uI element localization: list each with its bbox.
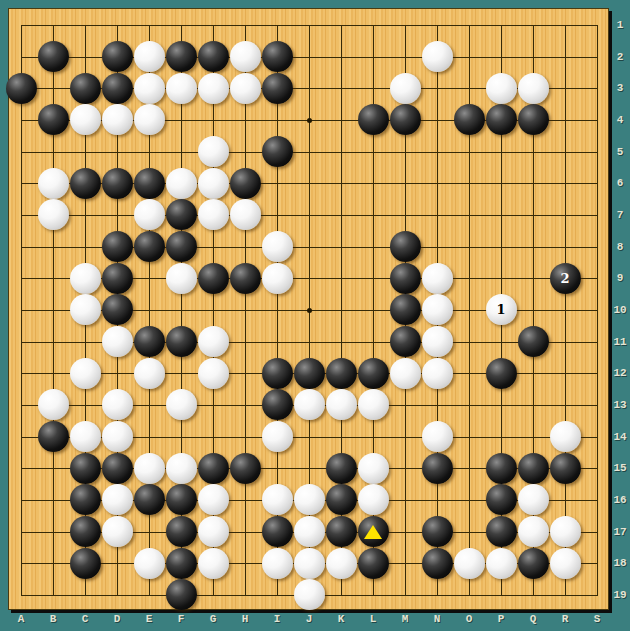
stone-M10-black[interactable] — [390, 294, 421, 325]
stone-E3-white[interactable] — [134, 73, 165, 104]
row-label-11: 11 — [610, 336, 630, 349]
row-label-16: 16 — [610, 494, 630, 507]
stone-G6-white[interactable] — [198, 168, 229, 199]
row-label-10: 10 — [610, 304, 630, 317]
stone-F16-black[interactable] — [166, 484, 197, 515]
row-label-8: 8 — [610, 241, 630, 254]
stone-F9-white[interactable] — [166, 263, 197, 294]
go-app-background: 21 ABCDEFGHIJKLMNOPQRS 12345678910111213… — [0, 0, 630, 631]
col-label-M: M — [395, 613, 415, 626]
stone-Q3-white[interactable] — [518, 73, 549, 104]
stone-C16-black[interactable] — [70, 484, 101, 515]
stone-C10-white[interactable] — [70, 294, 101, 325]
stone-P3-white[interactable] — [486, 73, 517, 104]
stone-E18-white[interactable] — [134, 548, 165, 579]
hoshi-point-J10 — [307, 308, 312, 313]
stone-M12-white[interactable] — [390, 358, 421, 389]
stone-F2-black[interactable] — [166, 41, 197, 72]
stone-H7-white[interactable] — [230, 199, 261, 230]
row-label-15: 15 — [610, 462, 630, 475]
stone-M4-black[interactable] — [390, 104, 421, 135]
row-label-14: 14 — [610, 431, 630, 444]
stone-P16-black[interactable] — [486, 484, 517, 515]
row-label-13: 13 — [610, 399, 630, 412]
stone-E7-white[interactable] — [134, 199, 165, 230]
stone-N18-black[interactable] — [422, 548, 453, 579]
stone-G9-black[interactable] — [198, 263, 229, 294]
stone-D17-white[interactable] — [102, 516, 133, 547]
stone-Q4-black[interactable] — [518, 104, 549, 135]
stone-C6-black[interactable] — [70, 168, 101, 199]
stone-C18-black[interactable] — [70, 548, 101, 579]
stone-Q15-black[interactable] — [518, 453, 549, 484]
stone-B14-black[interactable] — [38, 421, 69, 452]
stone-N12-white[interactable] — [422, 358, 453, 389]
grid-line-vertical — [597, 25, 598, 596]
stone-I2-black[interactable] — [262, 41, 293, 72]
stone-I12-black[interactable] — [262, 358, 293, 389]
stone-F11-black[interactable] — [166, 326, 197, 357]
stone-G16-white[interactable] — [198, 484, 229, 515]
row-label-5: 5 — [610, 146, 630, 159]
row-label-18: 18 — [610, 557, 630, 570]
stone-D14-white[interactable] — [102, 421, 133, 452]
stone-F8-black[interactable] — [166, 231, 197, 262]
stone-C3-black[interactable] — [70, 73, 101, 104]
stone-P15-black[interactable] — [486, 453, 517, 484]
stone-H2-white[interactable] — [230, 41, 261, 72]
stone-H3-white[interactable] — [230, 73, 261, 104]
stone-G7-white[interactable] — [198, 199, 229, 230]
stone-F17-black[interactable] — [166, 516, 197, 547]
stone-C15-black[interactable] — [70, 453, 101, 484]
stone-F15-white[interactable] — [166, 453, 197, 484]
stone-D16-white[interactable] — [102, 484, 133, 515]
stone-Q17-white[interactable] — [518, 516, 549, 547]
stone-C9-white[interactable] — [70, 263, 101, 294]
stone-F18-black[interactable] — [166, 548, 197, 579]
col-label-P: P — [491, 613, 511, 626]
stone-J16-white[interactable] — [294, 484, 325, 515]
stone-C12-white[interactable] — [70, 358, 101, 389]
go-board[interactable]: 21 — [8, 8, 609, 610]
stone-M9-black[interactable] — [390, 263, 421, 294]
stone-E2-white[interactable] — [134, 41, 165, 72]
stone-E16-black[interactable] — [134, 484, 165, 515]
stone-L16-white[interactable] — [358, 484, 389, 515]
stone-N15-black[interactable] — [422, 453, 453, 484]
grid-line-vertical — [565, 25, 566, 596]
col-label-K: K — [331, 613, 351, 626]
stone-P4-black[interactable] — [486, 104, 517, 135]
stone-H15-black[interactable] — [230, 453, 261, 484]
stone-N2-white[interactable] — [422, 41, 453, 72]
stone-E8-black[interactable] — [134, 231, 165, 262]
stone-E6-black[interactable] — [134, 168, 165, 199]
col-label-S: S — [587, 613, 607, 626]
stone-R15-black[interactable] — [550, 453, 581, 484]
col-label-J: J — [299, 613, 319, 626]
stone-L12-black[interactable] — [358, 358, 389, 389]
stone-K16-black[interactable] — [326, 484, 357, 515]
stone-I3-black[interactable] — [262, 73, 293, 104]
stone-D13-white[interactable] — [102, 389, 133, 420]
col-label-A: A — [11, 613, 31, 626]
stone-J12-black[interactable] — [294, 358, 325, 389]
stone-G12-white[interactable] — [198, 358, 229, 389]
stone-N17-black[interactable] — [422, 516, 453, 547]
stone-R17-white[interactable] — [550, 516, 581, 547]
stone-P18-white[interactable] — [486, 548, 517, 579]
stone-I18-white[interactable] — [262, 548, 293, 579]
col-label-H: H — [235, 613, 255, 626]
col-label-E: E — [139, 613, 159, 626]
stone-N9-white[interactable] — [422, 263, 453, 294]
stone-M11-black[interactable] — [390, 326, 421, 357]
stone-L4-black[interactable] — [358, 104, 389, 135]
stone-Q18-black[interactable] — [518, 548, 549, 579]
stone-P12-black[interactable] — [486, 358, 517, 389]
stone-L13-white[interactable] — [358, 389, 389, 420]
col-label-O: O — [459, 613, 479, 626]
stone-J19-white[interactable] — [294, 579, 325, 610]
stone-L17-black[interactable] — [358, 516, 389, 547]
stone-E12-white[interactable] — [134, 358, 165, 389]
stone-G3-white[interactable] — [198, 73, 229, 104]
stone-C14-white[interactable] — [70, 421, 101, 452]
stone-L18-black[interactable] — [358, 548, 389, 579]
stone-G18-white[interactable] — [198, 548, 229, 579]
stone-F19-black[interactable] — [166, 579, 197, 610]
stone-I5-black[interactable] — [262, 136, 293, 167]
row-label-4: 4 — [610, 114, 630, 127]
stone-K12-black[interactable] — [326, 358, 357, 389]
stone-H6-black[interactable] — [230, 168, 261, 199]
stone-F7-black[interactable] — [166, 199, 197, 230]
stone-G15-black[interactable] — [198, 453, 229, 484]
stone-K13-white[interactable] — [326, 389, 357, 420]
stone-D11-white[interactable] — [102, 326, 133, 357]
stone-F13-white[interactable] — [166, 389, 197, 420]
stone-N11-white[interactable] — [422, 326, 453, 357]
stone-M8-black[interactable] — [390, 231, 421, 262]
stone-Q11-black[interactable] — [518, 326, 549, 357]
col-label-D: D — [107, 613, 127, 626]
col-label-Q: Q — [523, 613, 543, 626]
stone-R14-white[interactable] — [550, 421, 581, 452]
stone-E11-black[interactable] — [134, 326, 165, 357]
row-label-12: 12 — [610, 367, 630, 380]
stone-G2-black[interactable] — [198, 41, 229, 72]
col-label-C: C — [75, 613, 95, 626]
stone-E15-white[interactable] — [134, 453, 165, 484]
stone-C4-white[interactable] — [70, 104, 101, 135]
stone-G5-white[interactable] — [198, 136, 229, 167]
stone-B6-white[interactable] — [38, 168, 69, 199]
stone-D10-black[interactable] — [102, 294, 133, 325]
stone-K17-black[interactable] — [326, 516, 357, 547]
stone-G11-white[interactable] — [198, 326, 229, 357]
stone-I17-black[interactable] — [262, 516, 293, 547]
stone-O4-black[interactable] — [454, 104, 485, 135]
stone-B2-black[interactable] — [38, 41, 69, 72]
row-label-9: 9 — [610, 272, 630, 285]
stone-R9-black[interactable]: 2 — [550, 263, 581, 294]
stone-G17-white[interactable] — [198, 516, 229, 547]
stone-H9-black[interactable] — [230, 263, 261, 294]
stone-D2-black[interactable] — [102, 41, 133, 72]
stone-B7-white[interactable] — [38, 199, 69, 230]
stone-P17-black[interactable] — [486, 516, 517, 547]
stone-J13-white[interactable] — [294, 389, 325, 420]
stone-R18-white[interactable] — [550, 548, 581, 579]
col-label-R: R — [555, 613, 575, 626]
stone-K15-black[interactable] — [326, 453, 357, 484]
stone-D9-black[interactable] — [102, 263, 133, 294]
row-label-1: 1 — [610, 19, 630, 32]
stone-C17-black[interactable] — [70, 516, 101, 547]
stone-N10-white[interactable] — [422, 294, 453, 325]
stone-Q16-white[interactable] — [518, 484, 549, 515]
stone-D8-black[interactable] — [102, 231, 133, 262]
stone-F3-white[interactable] — [166, 73, 197, 104]
stone-L15-white[interactable] — [358, 453, 389, 484]
stone-P10-white[interactable]: 1 — [486, 294, 517, 325]
col-label-G: G — [203, 613, 223, 626]
col-label-N: N — [427, 613, 447, 626]
stone-D6-black[interactable] — [102, 168, 133, 199]
stone-B4-black[interactable] — [38, 104, 69, 135]
col-label-L: L — [363, 613, 383, 626]
hoshi-point-J4 — [307, 118, 312, 123]
stone-M3-white[interactable] — [390, 73, 421, 104]
row-label-19: 19 — [610, 589, 630, 602]
col-label-F: F — [171, 613, 191, 626]
stone-D4-white[interactable] — [102, 104, 133, 135]
stone-O18-white[interactable] — [454, 548, 485, 579]
stone-I16-white[interactable] — [262, 484, 293, 515]
stone-F6-white[interactable] — [166, 168, 197, 199]
stone-K18-white[interactable] — [326, 548, 357, 579]
row-label-7: 7 — [610, 209, 630, 222]
triangle-marker-icon — [364, 525, 382, 539]
stone-J18-white[interactable] — [294, 548, 325, 579]
stone-I14-white[interactable] — [262, 421, 293, 452]
stone-I9-white[interactable] — [262, 263, 293, 294]
stone-E4-white[interactable] — [134, 104, 165, 135]
row-label-3: 3 — [610, 82, 630, 95]
stone-B13-white[interactable] — [38, 389, 69, 420]
stone-A3-black[interactable] — [6, 73, 37, 104]
stone-J17-white[interactable] — [294, 516, 325, 547]
row-label-17: 17 — [610, 526, 630, 539]
col-label-B: B — [43, 613, 63, 626]
stone-I13-black[interactable] — [262, 389, 293, 420]
row-label-2: 2 — [610, 51, 630, 64]
col-label-I: I — [267, 613, 287, 626]
stone-N14-white[interactable] — [422, 421, 453, 452]
row-label-6: 6 — [610, 177, 630, 190]
stone-D3-black[interactable] — [102, 73, 133, 104]
stone-I8-white[interactable] — [262, 231, 293, 262]
stone-D15-black[interactable] — [102, 453, 133, 484]
